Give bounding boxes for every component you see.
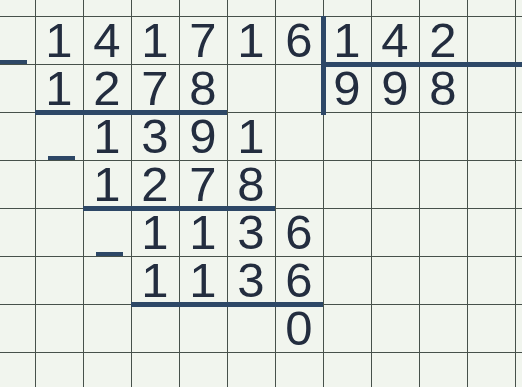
- subtract-rule-1: [35, 110, 227, 115]
- digit-cell-r5c3: 1: [131, 208, 179, 256]
- digit-cell-r3c4: 9: [179, 112, 227, 160]
- digit-cell-r1c2: 4: [83, 16, 131, 64]
- subtract-rule-2: [83, 206, 275, 211]
- digit-cell-r2c1: 1: [35, 64, 83, 112]
- subtract-rule-3: [131, 302, 323, 307]
- digit-cell-r4c4: 7: [179, 160, 227, 208]
- digit-cell-r5c4: 1: [179, 208, 227, 256]
- digit-cell-r4c2: 1: [83, 160, 131, 208]
- digit-cell-r6c4: 1: [179, 256, 227, 304]
- minus-sign-1: [0, 60, 27, 64]
- digit-cell-r6c6: 6: [275, 256, 323, 304]
- digit-cell-r2c2: 2: [83, 64, 131, 112]
- digit-cell-r3c5: 1: [227, 112, 275, 160]
- digit-cell-r1c9: 2: [419, 16, 467, 64]
- digit-cell-r1c4: 7: [179, 16, 227, 64]
- digit-cell-r2c7: 9: [323, 64, 371, 112]
- digit-cell-r5c6: 6: [275, 208, 323, 256]
- digit-cell-r4c3: 2: [131, 160, 179, 208]
- digit-cell-r3c3: 3: [131, 112, 179, 160]
- digit-cell-r1c8: 4: [371, 16, 419, 64]
- digit-cell-r1c3: 1: [131, 16, 179, 64]
- digit-cell-r1c1: 1: [35, 16, 83, 64]
- digit-cell-r7c6: 0: [275, 304, 323, 352]
- minus-sign-3: [96, 252, 123, 256]
- digit-cell-r2c8: 9: [371, 64, 419, 112]
- minus-sign-2: [48, 156, 75, 160]
- quotient-rule: [323, 62, 522, 67]
- digit-cell-r1c7: 1: [323, 16, 371, 64]
- digit-grid: 141716142127899813911278113611360: [0, 0, 522, 387]
- digit-cell-r2c3: 7: [131, 64, 179, 112]
- digit-cell-r2c9: 8: [419, 64, 467, 112]
- digit-cell-r4c5: 8: [227, 160, 275, 208]
- digit-cell-r6c5: 3: [227, 256, 275, 304]
- digit-cell-r1c5: 1: [227, 16, 275, 64]
- graph-paper-board: 141716142127899813911278113611360: [0, 0, 522, 387]
- digit-cell-r6c3: 1: [131, 256, 179, 304]
- long-division-worksheet: 141716142127899813911278113611360: [0, 0, 522, 387]
- digit-cell-r2c4: 8: [179, 64, 227, 112]
- digit-cell-r3c2: 1: [83, 112, 131, 160]
- digit-cell-r5c5: 3: [227, 208, 275, 256]
- digit-cell-r1c6: 6: [275, 16, 323, 64]
